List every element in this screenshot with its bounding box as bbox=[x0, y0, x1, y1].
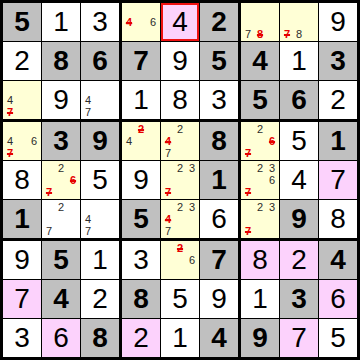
candidate-6: 6 bbox=[147, 16, 159, 28]
cell-r9c9[interactable]: 5 bbox=[319, 319, 357, 357]
cell-r7c7[interactable]: 8 bbox=[241, 241, 280, 280]
cell-value: 1 bbox=[53, 8, 69, 36]
cell-r6c8[interactable]: 9 bbox=[280, 200, 319, 241]
candidate-4-eliminated: 4 bbox=[123, 16, 135, 28]
candidate-grid: 2347 bbox=[162, 201, 198, 237]
cell-value: 9 bbox=[92, 127, 108, 155]
cell-r1c9[interactable]: 9 bbox=[319, 3, 357, 42]
candidate-4: 4 bbox=[82, 94, 94, 106]
candidate-4-eliminated: 4 bbox=[162, 213, 174, 225]
candidate-4: 4 bbox=[82, 213, 94, 225]
cell-r8c4[interactable]: 8 bbox=[122, 280, 161, 319]
cell-value: 6 bbox=[291, 86, 307, 114]
cell-r8c7[interactable]: 1 bbox=[241, 280, 280, 319]
cell-value: 5 bbox=[92, 166, 108, 194]
candidate-8-eliminated: 8 bbox=[254, 28, 266, 40]
candidate-7-eliminated: 7 bbox=[242, 147, 254, 159]
cell-value: 6 bbox=[211, 205, 227, 233]
cell-r4c2[interactable]: 3 bbox=[42, 122, 81, 161]
cell-value: 5 bbox=[53, 246, 69, 274]
cell-value: 4 bbox=[211, 324, 227, 352]
cell-r5c5[interactable]: 237 bbox=[161, 161, 200, 200]
candidate-7-eliminated: 7 bbox=[43, 186, 55, 198]
cell-r6c1[interactable]: 1 bbox=[3, 200, 42, 241]
cell-r6c4[interactable]: 5 bbox=[122, 200, 161, 241]
cell-value: 3 bbox=[291, 285, 307, 313]
cell-r6c2[interactable]: 27 bbox=[42, 200, 81, 241]
cell-value: 8 bbox=[252, 246, 268, 274]
cell-r3c5[interactable]: 8 bbox=[161, 81, 200, 122]
cell-r6c3[interactable]: 47 bbox=[81, 200, 122, 241]
sudoku-board: 5134642787892867954134794718356246739242… bbox=[0, 0, 360, 360]
candidate-grid: 46 bbox=[123, 4, 159, 40]
cell-r6c7[interactable]: 237 bbox=[241, 200, 280, 241]
cell-r7c9[interactable]: 4 bbox=[319, 241, 357, 280]
candidate-grid: 2367 bbox=[242, 162, 278, 198]
candidate-4: 4 bbox=[4, 94, 16, 106]
cell-value: 3 bbox=[330, 47, 346, 75]
candidate-2: 2 bbox=[174, 201, 186, 213]
candidate-7: 7 bbox=[43, 225, 55, 237]
candidate-grid: 267 bbox=[43, 162, 79, 198]
cell-value: 6 bbox=[53, 324, 69, 352]
cell-value: 8 bbox=[133, 285, 149, 313]
cell-r1c6[interactable]: 2 bbox=[200, 3, 241, 42]
candidate-4: 4 bbox=[4, 135, 16, 147]
cell-r3c3[interactable]: 47 bbox=[81, 81, 122, 122]
candidate-7: 7 bbox=[82, 225, 94, 237]
cell-r5c4[interactable]: 9 bbox=[122, 161, 161, 200]
cell-r1c4[interactable]: 46 bbox=[122, 3, 161, 42]
cell-value: 2 bbox=[133, 324, 149, 352]
cell-value: 3 bbox=[133, 246, 149, 274]
candidate-2: 2 bbox=[254, 123, 266, 135]
cell-r5c9[interactable]: 7 bbox=[319, 161, 357, 200]
cell-r8c8[interactable]: 3 bbox=[280, 280, 319, 319]
candidate-grid: 247 bbox=[162, 123, 198, 159]
candidate-3: 3 bbox=[266, 162, 278, 174]
cell-r8c2[interactable]: 4 bbox=[42, 280, 81, 319]
cell-r8c6[interactable]: 9 bbox=[200, 280, 241, 319]
cell-value: 8 bbox=[211, 127, 227, 155]
cell-r2c5[interactable]: 9 bbox=[161, 42, 200, 81]
cell-value: 3 bbox=[14, 324, 30, 352]
candidate-grid: 467 bbox=[4, 123, 40, 159]
cell-r1c2[interactable]: 1 bbox=[42, 3, 81, 42]
candidate-8: 8 bbox=[293, 28, 305, 40]
candidate-6: 6 bbox=[186, 254, 198, 266]
cell-r7c6[interactable]: 7 bbox=[200, 241, 241, 280]
cell-r7c1[interactable]: 9 bbox=[3, 241, 42, 280]
candidate-grid: 237 bbox=[242, 201, 278, 237]
candidate-7-eliminated: 7 bbox=[242, 186, 254, 198]
candidate-2: 2 bbox=[174, 162, 186, 174]
candidate-2: 2 bbox=[55, 162, 67, 174]
cell-r5c1[interactable]: 8 bbox=[3, 161, 42, 200]
cell-r2c4[interactable]: 7 bbox=[122, 42, 161, 81]
cell-value: 6 bbox=[330, 285, 346, 313]
cell-value: 8 bbox=[172, 86, 188, 114]
cell-value: 9 bbox=[330, 8, 346, 36]
cell-value: 7 bbox=[14, 285, 30, 313]
candidate-grid: 47 bbox=[82, 82, 118, 118]
cell-value: 3 bbox=[211, 86, 227, 114]
cell-r5c7[interactable]: 2367 bbox=[241, 161, 280, 200]
cell-value: 4 bbox=[172, 8, 188, 36]
cell-value: 5 bbox=[172, 285, 188, 313]
cell-r8c1[interactable]: 7 bbox=[3, 280, 42, 319]
cell-r5c6[interactable]: 1 bbox=[200, 161, 241, 200]
cell-r1c3[interactable]: 3 bbox=[81, 3, 122, 42]
cell-value: 4 bbox=[53, 285, 69, 313]
candidate-grid: 78 bbox=[281, 4, 317, 40]
cell-r9c6[interactable]: 4 bbox=[200, 319, 241, 357]
candidate-7-eliminated: 7 bbox=[4, 147, 16, 159]
cell-r3c4[interactable]: 1 bbox=[122, 81, 161, 122]
cell-r2c6[interactable]: 5 bbox=[200, 42, 241, 81]
candidate-6-eliminated: 6 bbox=[266, 135, 278, 147]
cell-r9c5[interactable]: 1 bbox=[161, 319, 200, 357]
cell-r4c8[interactable]: 5 bbox=[280, 122, 319, 161]
cell-r6c6[interactable]: 6 bbox=[200, 200, 241, 241]
cell-value: 7 bbox=[133, 47, 149, 75]
candidate-grid: 26 bbox=[162, 242, 198, 278]
candidate-grid: 47 bbox=[4, 82, 40, 118]
cell-value: 9 bbox=[14, 246, 30, 274]
candidate-7-eliminated: 7 bbox=[281, 28, 293, 40]
cell-r7c5[interactable]: 26 bbox=[161, 241, 200, 280]
candidate-7-eliminated: 7 bbox=[242, 225, 254, 237]
cell-r4c1[interactable]: 467 bbox=[3, 122, 42, 161]
cell-r9c3[interactable]: 8 bbox=[81, 319, 122, 357]
cell-value: 9 bbox=[252, 324, 268, 352]
cell-value: 2 bbox=[291, 246, 307, 274]
cell-r9c1[interactable]: 3 bbox=[3, 319, 42, 357]
candidate-3: 3 bbox=[186, 201, 198, 213]
candidate-7: 7 bbox=[162, 147, 174, 159]
cell-r8c9[interactable]: 6 bbox=[319, 280, 357, 319]
cell-value: 5 bbox=[252, 86, 268, 114]
cell-value: 3 bbox=[92, 8, 108, 36]
cell-value: 4 bbox=[291, 166, 307, 194]
candidate-2: 2 bbox=[174, 123, 186, 135]
cell-r6c5[interactable]: 2347 bbox=[161, 200, 200, 241]
cell-value: 8 bbox=[53, 47, 69, 75]
cell-r2c9[interactable]: 3 bbox=[319, 42, 357, 81]
cell-r3c9[interactable]: 2 bbox=[319, 81, 357, 122]
cell-r3c8[interactable]: 6 bbox=[280, 81, 319, 122]
cell-r3c2[interactable]: 9 bbox=[42, 81, 81, 122]
cell-value: 5 bbox=[133, 205, 149, 233]
cell-r7c3[interactable]: 1 bbox=[81, 241, 122, 280]
cell-value: 5 bbox=[330, 324, 346, 352]
candidate-7-eliminated: 7 bbox=[4, 106, 16, 118]
cell-r9c8[interactable]: 7 bbox=[280, 319, 319, 357]
cell-value: 9 bbox=[211, 285, 227, 313]
cell-value: 7 bbox=[211, 246, 227, 274]
cell-r1c5[interactable]: 4 bbox=[161, 3, 200, 42]
cell-value: 2 bbox=[330, 86, 346, 114]
cell-value: 7 bbox=[291, 324, 307, 352]
cell-value: 6 bbox=[92, 47, 108, 75]
cell-value: 5 bbox=[14, 8, 30, 36]
cell-r2c8[interactable]: 1 bbox=[280, 42, 319, 81]
cell-r5c3[interactable]: 5 bbox=[81, 161, 122, 200]
candidate-3: 3 bbox=[186, 162, 198, 174]
cell-value: 4 bbox=[330, 246, 346, 274]
cell-value: 1 bbox=[252, 285, 268, 313]
cell-r1c1[interactable]: 5 bbox=[3, 3, 42, 42]
cell-value: 1 bbox=[172, 324, 188, 352]
cell-value: 4 bbox=[252, 47, 268, 75]
cell-r6c9[interactable]: 8 bbox=[319, 200, 357, 241]
candidate-2: 2 bbox=[254, 201, 266, 213]
candidate-2-eliminated: 2 bbox=[174, 242, 186, 254]
cell-r4c5[interactable]: 247 bbox=[161, 122, 200, 161]
cell-value: 9 bbox=[133, 166, 149, 194]
candidate-grid: 78 bbox=[242, 4, 278, 40]
cell-value: 1 bbox=[211, 166, 227, 194]
candidate-7: 7 bbox=[162, 225, 174, 237]
cell-r9c7[interactable]: 9 bbox=[241, 319, 280, 357]
cell-value: 1 bbox=[330, 127, 346, 155]
cell-r2c3[interactable]: 6 bbox=[81, 42, 122, 81]
cell-value: 8 bbox=[330, 205, 346, 233]
candidate-4: 4 bbox=[123, 135, 135, 147]
cell-r4c6[interactable]: 8 bbox=[200, 122, 241, 161]
cell-value: 9 bbox=[172, 47, 188, 75]
cell-r1c7[interactable]: 78 bbox=[241, 3, 280, 42]
candidate-grid: 47 bbox=[82, 201, 118, 237]
candidate-grid: 237 bbox=[162, 162, 198, 198]
candidate-2: 2 bbox=[254, 162, 266, 174]
candidate-6: 6 bbox=[28, 135, 40, 147]
candidate-2-eliminated: 2 bbox=[135, 123, 147, 135]
candidate-3: 3 bbox=[266, 201, 278, 213]
candidate-grid: 267 bbox=[242, 123, 278, 159]
candidate-6: 6 bbox=[266, 174, 278, 186]
candidate-6-eliminated: 6 bbox=[67, 174, 79, 186]
cell-value: 1 bbox=[92, 246, 108, 274]
cell-r2c1[interactable]: 2 bbox=[3, 42, 42, 81]
cell-value: 2 bbox=[211, 8, 227, 36]
cell-r8c5[interactable]: 5 bbox=[161, 280, 200, 319]
cell-r7c4[interactable]: 3 bbox=[122, 241, 161, 280]
cell-value: 3 bbox=[53, 127, 69, 155]
cell-value: 7 bbox=[330, 166, 346, 194]
cell-r7c8[interactable]: 2 bbox=[280, 241, 319, 280]
cell-value: 1 bbox=[14, 205, 30, 233]
cell-r7c2[interactable]: 5 bbox=[42, 241, 81, 280]
cell-r4c3[interactable]: 9 bbox=[81, 122, 122, 161]
cell-value: 5 bbox=[291, 127, 307, 155]
cell-r3c7[interactable]: 5 bbox=[241, 81, 280, 122]
cell-r3c1[interactable]: 47 bbox=[3, 81, 42, 122]
cell-r4c4[interactable]: 24 bbox=[122, 122, 161, 161]
cell-value: 1 bbox=[291, 47, 307, 75]
cell-r5c8[interactable]: 4 bbox=[280, 161, 319, 200]
candidate-grid: 24 bbox=[123, 123, 159, 159]
cell-r9c4[interactable]: 2 bbox=[122, 319, 161, 357]
cell-r8c3[interactable]: 2 bbox=[81, 280, 122, 319]
candidate-4-eliminated: 4 bbox=[162, 135, 174, 147]
cell-r1c8[interactable]: 78 bbox=[280, 3, 319, 42]
cell-value: 8 bbox=[92, 324, 108, 352]
cell-r9c2[interactable]: 6 bbox=[42, 319, 81, 357]
cell-r3c6[interactable]: 3 bbox=[200, 81, 241, 122]
candidate-grid: 27 bbox=[43, 201, 79, 237]
cell-value: 9 bbox=[291, 205, 307, 233]
candidate-2: 2 bbox=[55, 201, 67, 213]
cell-r2c2[interactable]: 8 bbox=[42, 42, 81, 81]
cell-value: 2 bbox=[14, 47, 30, 75]
cell-r5c2[interactable]: 267 bbox=[42, 161, 81, 200]
cell-value: 2 bbox=[92, 285, 108, 313]
cell-r4c7[interactable]: 267 bbox=[241, 122, 280, 161]
cell-r4c9[interactable]: 1 bbox=[319, 122, 357, 161]
cell-value: 1 bbox=[133, 86, 149, 114]
cell-value: 9 bbox=[53, 86, 69, 114]
candidate-7-eliminated: 7 bbox=[162, 186, 174, 198]
cell-r2c7[interactable]: 4 bbox=[241, 42, 280, 81]
candidate-7: 7 bbox=[82, 106, 94, 118]
candidate-7: 7 bbox=[242, 28, 254, 40]
cell-value: 8 bbox=[14, 166, 30, 194]
cell-value: 5 bbox=[211, 47, 227, 75]
